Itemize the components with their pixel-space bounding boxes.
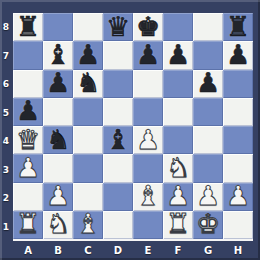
square-f3[interactable]: ♞ [163, 154, 193, 182]
square-d1[interactable] [103, 211, 133, 239]
piece-white-pawn[interactable]: ♟ [16, 154, 40, 181]
square-g7[interactable] [193, 41, 223, 69]
square-d7[interactable] [103, 41, 133, 69]
square-f1[interactable]: ♜ [163, 211, 193, 239]
square-b7[interactable]: ♝ [43, 41, 73, 69]
square-d4[interactable]: ♝ [103, 126, 133, 154]
square-c2[interactable] [73, 183, 103, 211]
square-h7[interactable]: ♟ [223, 41, 253, 69]
square-d8[interactable]: ♛ [103, 13, 133, 41]
square-a7[interactable] [13, 41, 43, 69]
piece-white-pawn[interactable]: ♟ [46, 182, 70, 209]
square-d2[interactable] [103, 183, 133, 211]
rank-label-5: 5 [0, 99, 12, 128]
piece-white-rook[interactable]: ♜ [16, 210, 40, 237]
square-e4[interactable]: ♟ [133, 126, 163, 154]
piece-black-king[interactable]: ♚ [136, 13, 160, 40]
square-b1[interactable]: ♞ [43, 211, 73, 239]
piece-white-bishop[interactable]: ♝ [76, 210, 100, 237]
piece-white-pawn[interactable]: ♟ [166, 182, 190, 209]
square-g3[interactable] [193, 154, 223, 182]
piece-black-queen[interactable]: ♛ [106, 13, 130, 40]
square-e3[interactable] [133, 154, 163, 182]
rank-label-1: 1 [0, 213, 12, 242]
piece-black-pawn[interactable]: ♟ [196, 69, 220, 96]
piece-white-bishop[interactable]: ♝ [136, 182, 160, 209]
square-a3[interactable]: ♟ [13, 154, 43, 182]
square-c5[interactable] [73, 98, 103, 126]
square-a1[interactable]: ♜ [13, 211, 43, 239]
square-b3[interactable] [43, 154, 73, 182]
piece-black-pawn[interactable]: ♟ [136, 41, 160, 68]
square-c3[interactable] [73, 154, 103, 182]
square-g4[interactable] [193, 126, 223, 154]
square-c7[interactable]: ♟ [73, 41, 103, 69]
file-label-d: D [103, 243, 133, 258]
square-a5[interactable]: ♟ [13, 98, 43, 126]
square-g2[interactable]: ♟ [193, 183, 223, 211]
chessboard-frame: ♜♛♚♜♝♟♟♟♟♟♞♟♟♛♞♝♟♟♞♟♝♟♟♟♜♞♝♜♚ 87654321 A… [0, 0, 260, 260]
square-h3[interactable] [223, 154, 253, 182]
square-h6[interactable] [223, 70, 253, 98]
file-label-a: A [13, 243, 43, 258]
square-h2[interactable]: ♟ [223, 183, 253, 211]
chess-board: ♜♛♚♜♝♟♟♟♟♟♞♟♟♛♞♝♟♟♞♟♝♟♟♟♜♞♝♜♚ [13, 13, 253, 241]
square-h4[interactable] [223, 126, 253, 154]
piece-black-pawn[interactable]: ♟ [16, 97, 40, 124]
square-c8[interactable] [73, 13, 103, 41]
piece-black-pawn[interactable]: ♟ [76, 41, 100, 68]
square-a6[interactable] [13, 70, 43, 98]
square-d6[interactable] [103, 70, 133, 98]
square-a4[interactable]: ♛ [13, 126, 43, 154]
file-label-h: H [223, 243, 253, 258]
piece-black-bishop[interactable]: ♝ [106, 126, 130, 153]
piece-black-knight[interactable]: ♞ [76, 69, 100, 96]
piece-black-bishop[interactable]: ♝ [46, 41, 70, 68]
rank-label-3: 3 [0, 156, 12, 185]
piece-white-knight[interactable]: ♞ [46, 210, 70, 237]
file-label-c: C [73, 243, 103, 258]
piece-white-king[interactable]: ♚ [196, 210, 220, 237]
square-e5[interactable] [133, 98, 163, 126]
square-c4[interactable] [73, 126, 103, 154]
square-h5[interactable] [223, 98, 253, 126]
square-f7[interactable]: ♟ [163, 41, 193, 69]
square-f5[interactable] [163, 98, 193, 126]
square-b6[interactable]: ♟ [43, 70, 73, 98]
rank-label-8: 8 [0, 13, 12, 42]
square-b4[interactable]: ♞ [43, 126, 73, 154]
rank-label-4: 4 [0, 127, 12, 156]
square-c1[interactable]: ♝ [73, 211, 103, 239]
square-b2[interactable]: ♟ [43, 183, 73, 211]
piece-white-queen[interactable]: ♛ [16, 126, 40, 153]
piece-white-knight[interactable]: ♞ [166, 154, 190, 181]
piece-white-pawn[interactable]: ♟ [136, 126, 160, 153]
square-a8[interactable]: ♜ [13, 13, 43, 41]
piece-white-pawn[interactable]: ♟ [226, 182, 250, 209]
square-g1[interactable]: ♚ [193, 211, 223, 239]
rank-label-2: 2 [0, 184, 12, 213]
square-a2[interactable] [13, 183, 43, 211]
square-f4[interactable] [163, 126, 193, 154]
piece-white-rook[interactable]: ♜ [166, 210, 190, 237]
piece-white-pawn[interactable]: ♟ [196, 182, 220, 209]
file-label-e: E [133, 243, 163, 258]
square-f8[interactable] [163, 13, 193, 41]
piece-black-pawn[interactable]: ♟ [226, 41, 250, 68]
rank-label-6: 6 [0, 70, 12, 99]
square-h1[interactable] [223, 211, 253, 239]
piece-black-pawn[interactable]: ♟ [46, 69, 70, 96]
square-b5[interactable] [43, 98, 73, 126]
file-label-f: F [163, 243, 193, 258]
square-e6[interactable] [133, 70, 163, 98]
square-f2[interactable]: ♟ [163, 183, 193, 211]
square-d3[interactable] [103, 154, 133, 182]
square-b8[interactable] [43, 13, 73, 41]
square-g8[interactable] [193, 13, 223, 41]
piece-black-pawn[interactable]: ♟ [166, 41, 190, 68]
square-e1[interactable] [133, 211, 163, 239]
square-g5[interactable] [193, 98, 223, 126]
square-e2[interactable]: ♝ [133, 183, 163, 211]
file-label-g: G [193, 243, 223, 258]
piece-black-knight[interactable]: ♞ [46, 126, 70, 153]
piece-black-rook[interactable]: ♜ [16, 13, 40, 40]
square-d5[interactable] [103, 98, 133, 126]
square-f6[interactable] [163, 70, 193, 98]
file-label-b: B [43, 243, 73, 258]
square-h8[interactable]: ♜ [223, 13, 253, 41]
square-e8[interactable]: ♚ [133, 13, 163, 41]
square-g6[interactable]: ♟ [193, 70, 223, 98]
square-e7[interactable]: ♟ [133, 41, 163, 69]
square-c6[interactable]: ♞ [73, 70, 103, 98]
piece-black-rook[interactable]: ♜ [226, 13, 250, 40]
rank-label-7: 7 [0, 42, 12, 71]
